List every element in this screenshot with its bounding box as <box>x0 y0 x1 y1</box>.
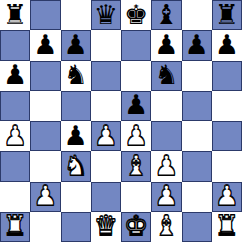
square-f8[interactable]: ♝ <box>151 0 181 30</box>
square-e5[interactable]: ♟ <box>121 91 151 121</box>
square-b7[interactable]: ♟ <box>30 30 60 60</box>
square-b6[interactable] <box>30 61 60 91</box>
black-king-piece[interactable]: ♚ <box>124 1 148 28</box>
white-king-piece[interactable]: ♚ <box>124 212 148 239</box>
white-pawn-piece[interactable]: ♟ <box>124 122 148 149</box>
square-b5[interactable] <box>30 91 60 121</box>
square-c3[interactable]: ♞ <box>61 151 91 181</box>
black-bishop-piece[interactable]: ♝ <box>154 1 178 28</box>
square-h5[interactable] <box>212 91 242 121</box>
square-f1[interactable]: ♝ <box>151 212 181 242</box>
square-c8[interactable] <box>61 0 91 30</box>
square-h6[interactable] <box>212 61 242 91</box>
square-d7[interactable] <box>91 30 121 60</box>
square-h1[interactable]: ♜ <box>212 212 242 242</box>
white-pawn-piece[interactable]: ♟ <box>154 182 178 209</box>
square-d6[interactable] <box>91 61 121 91</box>
black-pawn-piece[interactable]: ♟ <box>64 31 88 58</box>
square-a5[interactable] <box>0 91 30 121</box>
square-f4[interactable] <box>151 121 181 151</box>
square-a7[interactable] <box>0 30 30 60</box>
square-g1[interactable] <box>182 212 212 242</box>
white-pawn-piece[interactable]: ♟ <box>94 122 118 149</box>
square-b2[interactable]: ♟ <box>30 182 60 212</box>
square-a8[interactable]: ♜ <box>0 0 30 30</box>
square-f3[interactable]: ♟ <box>151 151 181 181</box>
square-g7[interactable]: ♟ <box>182 30 212 60</box>
square-b8[interactable] <box>30 0 60 30</box>
square-c7[interactable]: ♟ <box>61 30 91 60</box>
square-e3[interactable]: ♝ <box>121 151 151 181</box>
square-e1[interactable]: ♚ <box>121 212 151 242</box>
square-c2[interactable] <box>61 182 91 212</box>
square-a1[interactable]: ♜ <box>0 212 30 242</box>
white-queen-piece[interactable]: ♛ <box>94 212 118 239</box>
square-a6[interactable]: ♟ <box>0 61 30 91</box>
square-h7[interactable]: ♟ <box>212 30 242 60</box>
square-g8[interactable] <box>182 0 212 30</box>
square-e2[interactable] <box>121 182 151 212</box>
square-h4[interactable] <box>212 121 242 151</box>
square-c4[interactable]: ♟ <box>61 121 91 151</box>
black-queen-piece[interactable]: ♛ <box>94 1 118 28</box>
square-e6[interactable] <box>121 61 151 91</box>
black-pawn-piece[interactable]: ♟ <box>124 91 148 118</box>
square-d2[interactable] <box>91 182 121 212</box>
black-knight-piece[interactable]: ♞ <box>154 61 178 88</box>
black-pawn-piece[interactable]: ♟ <box>185 31 209 58</box>
square-d5[interactable] <box>91 91 121 121</box>
square-g6[interactable] <box>182 61 212 91</box>
square-d8[interactable]: ♛ <box>91 0 121 30</box>
black-rook-piece[interactable]: ♜ <box>3 1 27 28</box>
white-pawn-piece[interactable]: ♟ <box>154 152 178 179</box>
square-e8[interactable]: ♚ <box>121 0 151 30</box>
chess-board-container: ♜♛♚♝♜♟♟♟♟♟♟♞♞♟♟♟♟♟♞♝♟♟♟♟♜♛♚♝♜ <box>0 0 242 242</box>
square-f5[interactable] <box>151 91 181 121</box>
square-f2[interactable]: ♟ <box>151 182 181 212</box>
black-pawn-piece[interactable]: ♟ <box>3 61 27 88</box>
square-f7[interactable]: ♟ <box>151 30 181 60</box>
black-rook-piece[interactable]: ♜ <box>215 1 239 28</box>
square-g3[interactable] <box>182 151 212 181</box>
square-h8[interactable]: ♜ <box>212 0 242 30</box>
white-rook-piece[interactable]: ♜ <box>215 212 239 239</box>
white-knight-piece[interactable]: ♞ <box>64 152 88 179</box>
square-h2[interactable]: ♟ <box>212 182 242 212</box>
square-d4[interactable]: ♟ <box>91 121 121 151</box>
chess-board: ♜♛♚♝♜♟♟♟♟♟♟♞♞♟♟♟♟♟♞♝♟♟♟♟♜♛♚♝♜ <box>0 0 242 242</box>
square-d3[interactable] <box>91 151 121 181</box>
square-e7[interactable] <box>121 30 151 60</box>
white-pawn-piece[interactable]: ♟ <box>215 182 239 209</box>
white-rook-piece[interactable]: ♜ <box>3 212 27 239</box>
black-pawn-piece[interactable]: ♟ <box>64 122 88 149</box>
square-f6[interactable]: ♞ <box>151 61 181 91</box>
square-b4[interactable] <box>30 121 60 151</box>
white-bishop-piece[interactable]: ♝ <box>154 212 178 239</box>
square-h3[interactable] <box>212 151 242 181</box>
white-pawn-piece[interactable]: ♟ <box>33 182 57 209</box>
square-c6[interactable]: ♞ <box>61 61 91 91</box>
black-pawn-piece[interactable]: ♟ <box>33 31 57 58</box>
black-knight-piece[interactable]: ♞ <box>64 61 88 88</box>
square-a3[interactable] <box>0 151 30 181</box>
square-g5[interactable] <box>182 91 212 121</box>
square-g2[interactable] <box>182 182 212 212</box>
white-pawn-piece[interactable]: ♟ <box>3 122 27 149</box>
black-pawn-piece[interactable]: ♟ <box>215 31 239 58</box>
white-bishop-piece[interactable]: ♝ <box>124 152 148 179</box>
square-c5[interactable] <box>61 91 91 121</box>
square-a4[interactable]: ♟ <box>0 121 30 151</box>
square-g4[interactable] <box>182 121 212 151</box>
square-a2[interactable] <box>0 182 30 212</box>
square-e4[interactable]: ♟ <box>121 121 151 151</box>
square-d1[interactable]: ♛ <box>91 212 121 242</box>
square-b1[interactable] <box>30 212 60 242</box>
square-b3[interactable] <box>30 151 60 181</box>
square-c1[interactable] <box>61 212 91 242</box>
black-pawn-piece[interactable]: ♟ <box>154 31 178 58</box>
